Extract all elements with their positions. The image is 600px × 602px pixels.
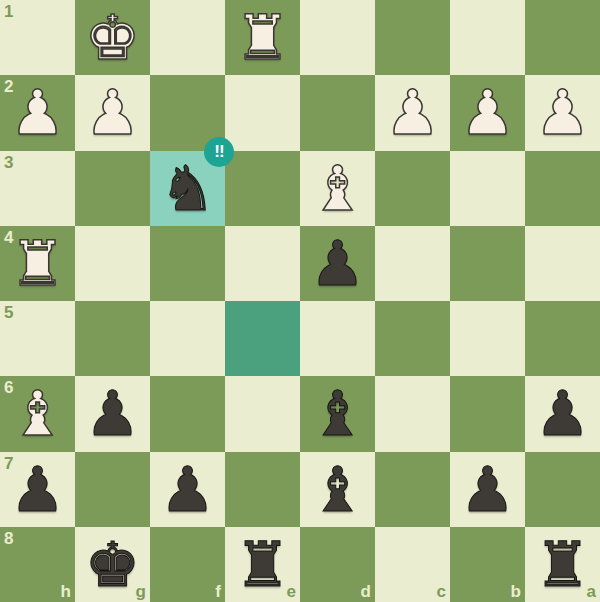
file-label-f: f: [215, 583, 221, 600]
square-a1[interactable]: [525, 0, 600, 75]
file-label-d: d: [361, 583, 371, 600]
square-a4[interactable]: [525, 226, 600, 301]
file-label-b: b: [511, 583, 521, 600]
piece-black-pawn[interactable]: ♟: [85, 376, 141, 451]
square-b5[interactable]: [450, 301, 525, 376]
piece-white-pawn[interactable]: ♟: [85, 75, 141, 150]
square-b8[interactable]: b: [450, 527, 525, 602]
piece-white-bishop[interactable]: ♝: [10, 376, 66, 451]
square-h5[interactable]: 5: [0, 301, 75, 376]
piece-white-rook[interactable]: ♜: [235, 0, 291, 75]
piece-black-pawn[interactable]: ♟: [10, 452, 66, 527]
square-g2[interactable]: ♟: [75, 75, 150, 150]
square-e2[interactable]: [225, 75, 300, 150]
piece-white-pawn[interactable]: ♟: [385, 75, 441, 150]
file-label-h: h: [61, 583, 71, 600]
square-c8[interactable]: c: [375, 527, 450, 602]
square-c5[interactable]: [375, 301, 450, 376]
square-b1[interactable]: [450, 0, 525, 75]
rank-label-5: 5: [4, 304, 13, 321]
square-h1[interactable]: 1: [0, 0, 75, 75]
piece-black-pawn[interactable]: ♟: [460, 452, 516, 527]
piece-white-pawn[interactable]: ♟: [10, 75, 66, 150]
square-a8[interactable]: a♜: [525, 527, 600, 602]
piece-black-bishop[interactable]: ♝: [310, 452, 366, 527]
square-a3[interactable]: [525, 151, 600, 226]
rank-label-3: 3: [4, 154, 13, 171]
rank-label-7: 7: [4, 455, 13, 472]
rank-label-2: 2: [4, 78, 13, 95]
square-h7[interactable]: 7♟: [0, 452, 75, 527]
square-g3[interactable]: [75, 151, 150, 226]
square-f7[interactable]: ♟: [150, 452, 225, 527]
square-c4[interactable]: [375, 226, 450, 301]
square-a7[interactable]: [525, 452, 600, 527]
square-f5[interactable]: [150, 301, 225, 376]
rank-label-4: 4: [4, 229, 13, 246]
piece-white-bishop[interactable]: ♝: [310, 151, 366, 226]
square-g5[interactable]: [75, 301, 150, 376]
square-d7[interactable]: ♝: [300, 452, 375, 527]
square-a6[interactable]: ♟: [525, 376, 600, 451]
square-a5[interactable]: [525, 301, 600, 376]
rank-label-6: 6: [4, 379, 13, 396]
piece-black-pawn[interactable]: ♟: [310, 226, 366, 301]
square-f1[interactable]: [150, 0, 225, 75]
square-g8[interactable]: g♚: [75, 527, 150, 602]
square-b3[interactable]: [450, 151, 525, 226]
square-d2[interactable]: [300, 75, 375, 150]
square-g6[interactable]: ♟: [75, 376, 150, 451]
piece-white-pawn[interactable]: ♟: [535, 75, 591, 150]
square-b4[interactable]: [450, 226, 525, 301]
square-h6[interactable]: 6♝: [0, 376, 75, 451]
square-f4[interactable]: [150, 226, 225, 301]
file-label-e: e: [287, 583, 296, 600]
brilliant-move-badge: !!: [204, 137, 234, 167]
square-d4[interactable]: ♟: [300, 226, 375, 301]
square-b2[interactable]: ♟: [450, 75, 525, 150]
square-b7[interactable]: ♟: [450, 452, 525, 527]
square-h2[interactable]: 2♟: [0, 75, 75, 150]
square-f8[interactable]: f: [150, 527, 225, 602]
square-f3[interactable]: ♞!!: [150, 151, 225, 226]
square-e3[interactable]: [225, 151, 300, 226]
piece-white-pawn[interactable]: ♟: [460, 75, 516, 150]
piece-white-rook[interactable]: ♜: [10, 226, 66, 301]
chess-board: 1♚♜2♟♟♟♟♟3♞!!♝4♜♟56♝♟♝♟7♟♟♝♟8hg♚fe♜dcba♜: [0, 0, 600, 602]
piece-black-pawn[interactable]: ♟: [535, 376, 591, 451]
piece-black-bishop[interactable]: ♝: [310, 376, 366, 451]
piece-black-rook[interactable]: ♜: [535, 527, 591, 602]
square-a2[interactable]: ♟: [525, 75, 600, 150]
square-e7[interactable]: [225, 452, 300, 527]
square-c6[interactable]: [375, 376, 450, 451]
square-g7[interactable]: [75, 452, 150, 527]
square-d5[interactable]: [300, 301, 375, 376]
square-c3[interactable]: [375, 151, 450, 226]
piece-black-pawn[interactable]: ♟: [160, 452, 216, 527]
piece-black-rook[interactable]: ♜: [235, 527, 291, 602]
square-e5[interactable]: [225, 301, 300, 376]
square-g4[interactable]: [75, 226, 150, 301]
square-d1[interactable]: [300, 0, 375, 75]
file-label-a: a: [587, 583, 596, 600]
square-d6[interactable]: ♝: [300, 376, 375, 451]
square-c2[interactable]: ♟: [375, 75, 450, 150]
square-d3[interactable]: ♝: [300, 151, 375, 226]
rank-label-1: 1: [4, 3, 13, 20]
square-e6[interactable]: [225, 376, 300, 451]
square-b6[interactable]: [450, 376, 525, 451]
square-h3[interactable]: 3: [0, 151, 75, 226]
square-e4[interactable]: [225, 226, 300, 301]
square-e1[interactable]: ♜: [225, 0, 300, 75]
square-e8[interactable]: e♜: [225, 527, 300, 602]
piece-white-king[interactable]: ♚: [85, 0, 141, 75]
piece-black-king[interactable]: ♚: [85, 527, 141, 602]
square-f6[interactable]: [150, 376, 225, 451]
square-c7[interactable]: [375, 452, 450, 527]
file-label-g: g: [136, 583, 146, 600]
file-label-c: c: [437, 583, 446, 600]
rank-label-8: 8: [4, 530, 13, 547]
square-c1[interactable]: [375, 0, 450, 75]
square-d8[interactable]: d: [300, 527, 375, 602]
square-h8[interactable]: 8h: [0, 527, 75, 602]
square-h4[interactable]: 4♜: [0, 226, 75, 301]
square-g1[interactable]: ♚: [75, 0, 150, 75]
